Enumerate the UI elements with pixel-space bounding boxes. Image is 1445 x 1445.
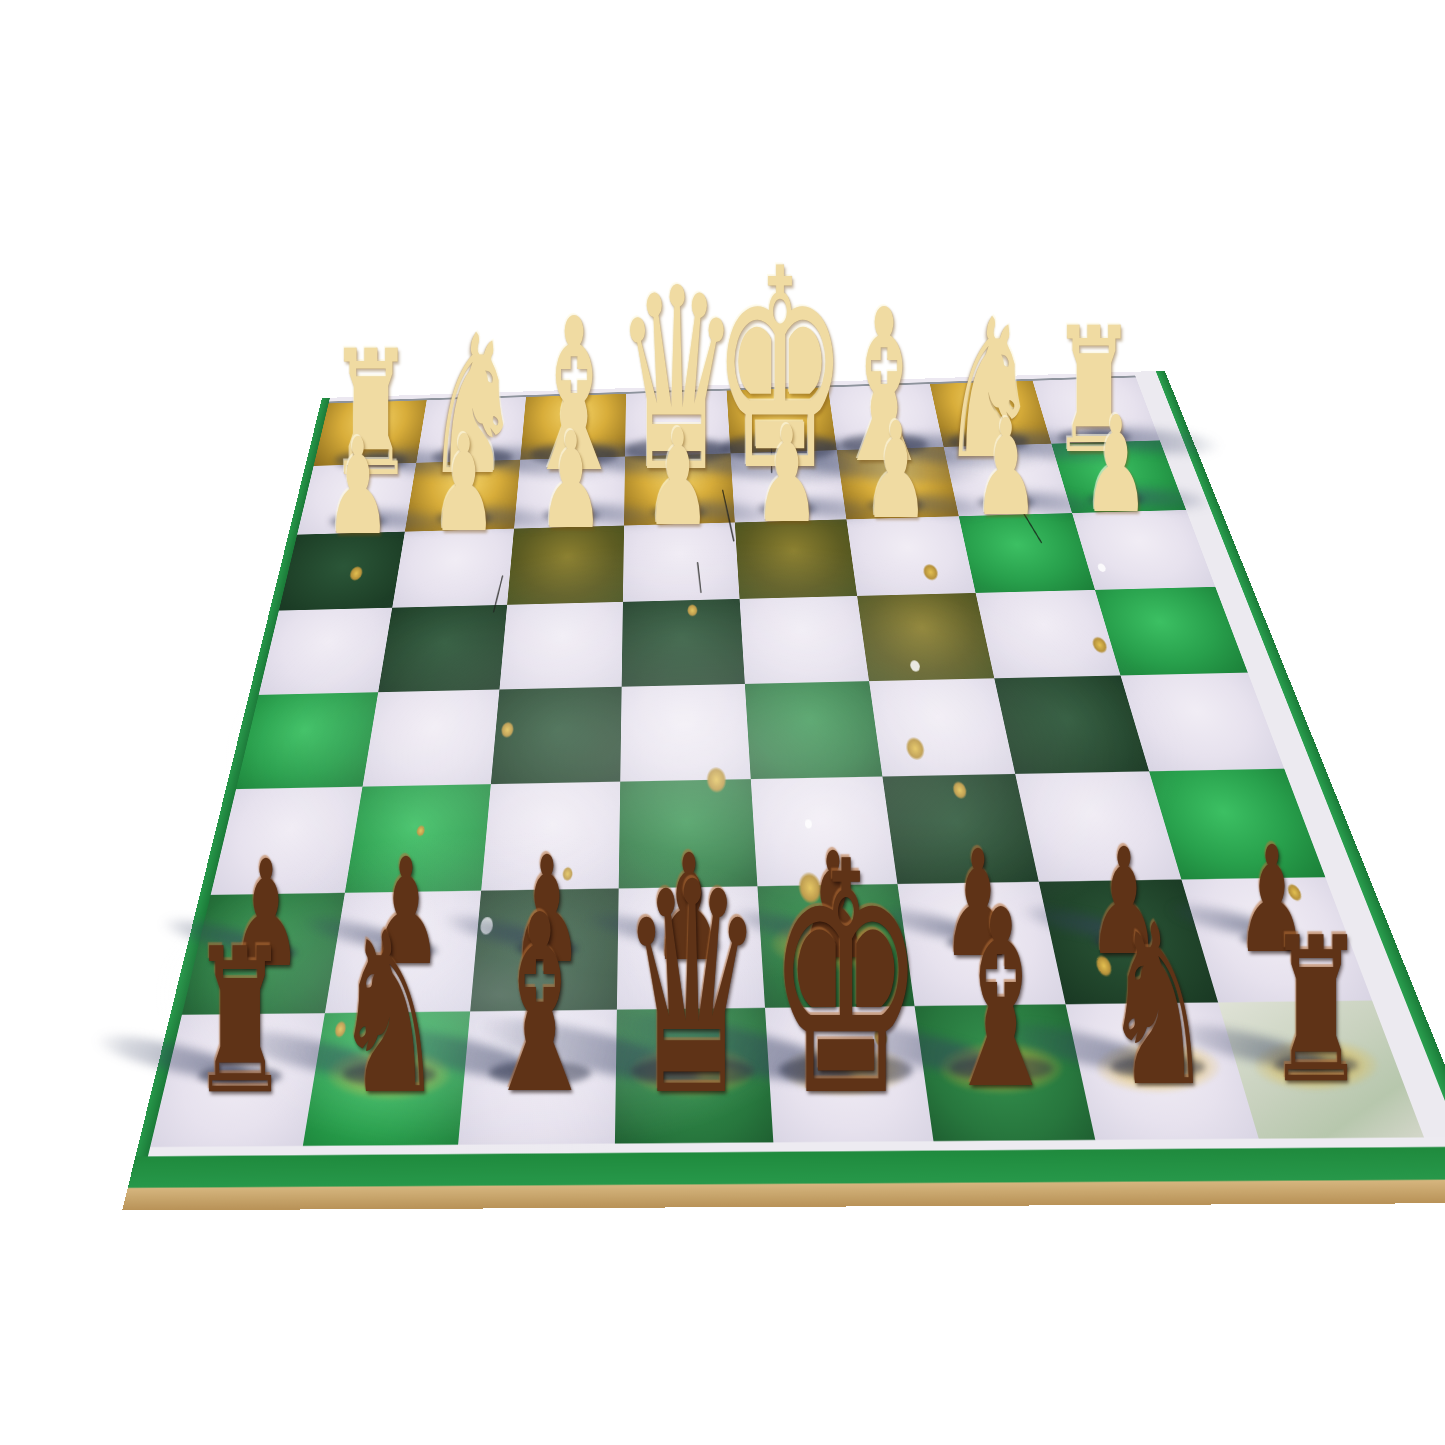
white-paint-speck: [1097, 563, 1107, 571]
paint-splatter: [905, 737, 927, 760]
surface-crack: [1015, 500, 1042, 544]
surface-crack: [493, 575, 504, 612]
white-paint-speck: [480, 917, 494, 935]
chessboard: [122, 371, 1445, 1211]
paint-splatter: [922, 564, 940, 581]
paint-splatter: [706, 767, 727, 793]
paint-splatter: [1094, 955, 1114, 976]
paint-splatter: [797, 872, 823, 904]
paint-splatter: [951, 781, 968, 799]
surface-crack: [697, 562, 702, 593]
paint-splatter: [334, 1021, 348, 1038]
paint-splatter: [349, 566, 364, 581]
paint-splatter: [416, 825, 426, 836]
paint-splatter: [1285, 884, 1304, 901]
scene: ♜♞♝♛♚♝♞♜♟♟♟♟♟♟♟♟♟♟♟♟♟♟♟♟♜♞♝♛♚♝♞♜: [0, 0, 1445, 1445]
paint-splatter: [501, 722, 515, 738]
paint-splatter: [562, 867, 573, 881]
paint-decal-layer: [149, 376, 1424, 1148]
paint-splatter: [1090, 637, 1109, 654]
surface-crack: [771, 445, 773, 473]
paint-splatter: [873, 1027, 889, 1047]
white-paint-speck: [805, 819, 813, 828]
surface-crack: [722, 489, 735, 541]
paint-splatter: [687, 604, 698, 616]
white-paint-speck: [909, 660, 920, 671]
